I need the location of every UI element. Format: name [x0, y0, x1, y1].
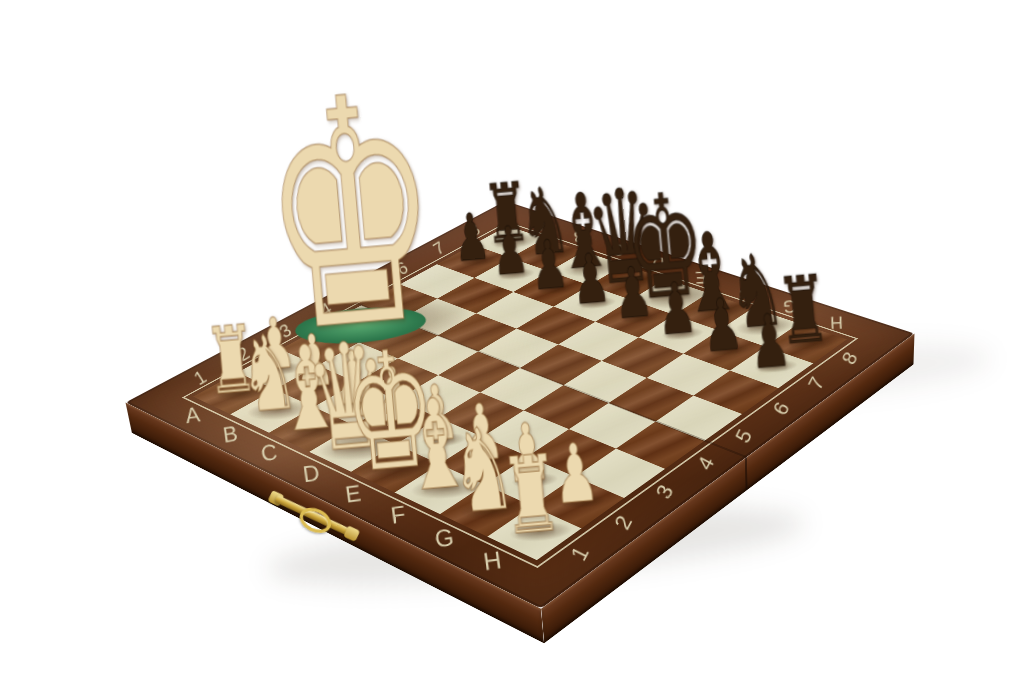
square-e2	[396, 418, 483, 464]
square-g4	[569, 403, 656, 449]
board-3d	[126, 201, 915, 609]
square-h2	[532, 477, 624, 529]
square-e4	[480, 368, 563, 410]
square-e1	[351, 444, 439, 492]
square-g1	[440, 485, 532, 537]
square-f4	[524, 385, 609, 429]
square-h7	[730, 347, 813, 389]
square-h5	[656, 396, 743, 441]
square-c2	[314, 382, 397, 425]
product-photo: ABCDEFGHABCDEFGH1234567812345678♜♞♝♛♚♝♞♜…	[0, 0, 1024, 683]
square-h1	[487, 506, 581, 560]
square-d2	[354, 400, 439, 445]
square-f1	[395, 464, 485, 514]
square-h4	[616, 422, 704, 469]
square-c1	[269, 407, 354, 452]
board-scene	[0, 0, 1024, 683]
square-h3	[575, 449, 665, 498]
board-top	[126, 201, 915, 609]
square-e3	[439, 392, 524, 436]
square-b1	[230, 389, 313, 432]
square-f3	[482, 410, 569, 456]
square-h6	[693, 371, 778, 414]
square-g5	[609, 378, 694, 422]
square-d3	[397, 375, 480, 418]
square-f2	[439, 437, 527, 485]
square-d1	[309, 425, 396, 471]
square-g2	[485, 456, 575, 506]
square-g3	[528, 429, 616, 477]
square-g6	[647, 354, 730, 396]
square-f5	[563, 361, 646, 403]
